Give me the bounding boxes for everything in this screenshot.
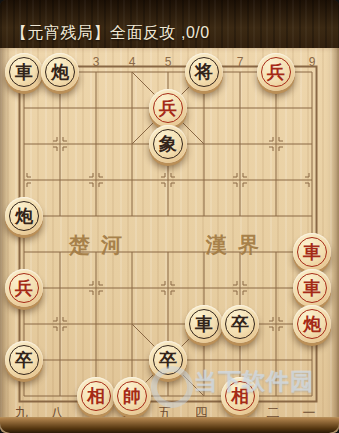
piece-black-cannon[interactable]: 炮 [5, 197, 43, 235]
title-bar: 【元宵残局】全面反攻 ,0/0 [0, 0, 339, 48]
piece-glyph: 卒 [15, 351, 33, 369]
piece-red-chariot[interactable]: 車 [293, 233, 331, 271]
board-bottom-edge [0, 417, 339, 433]
piece-glyph: 炮 [51, 63, 69, 81]
watermark-text: 当下软件园 [194, 366, 314, 397]
pieces-layer: 車炮将兵兵象炮車兵車車卒炮卒卒相帥相 [6, 54, 330, 414]
piece-black-soldier[interactable]: 卒 [221, 305, 259, 343]
piece-black-elephant[interactable]: 象 [149, 125, 187, 163]
piece-black-chariot[interactable]: 車 [5, 53, 43, 91]
watermark-logo-icon [151, 366, 193, 408]
app-screen: 123456789 九八七六五四三二一 楚河 漢界 車炮将兵兵象炮車兵車車卒炮卒… [0, 0, 339, 433]
piece-red-chariot[interactable]: 車 [293, 269, 331, 307]
piece-glyph: 兵 [267, 63, 285, 81]
piece-glyph: 車 [195, 315, 213, 333]
piece-red-soldier[interactable]: 兵 [5, 269, 43, 307]
piece-glyph: 車 [15, 63, 33, 81]
piece-red-soldier[interactable]: 兵 [257, 53, 295, 91]
piece-black-general[interactable]: 将 [185, 53, 223, 91]
piece-glyph: 兵 [159, 99, 177, 117]
page-title: 【元宵残局】全面反攻 ,0/0 [11, 23, 210, 44]
piece-glyph: 象 [159, 135, 177, 153]
piece-black-chariot[interactable]: 車 [185, 305, 223, 343]
piece-glyph: 相 [87, 387, 105, 405]
piece-red-cannon[interactable]: 炮 [293, 305, 331, 343]
piece-glyph: 炮 [303, 315, 321, 333]
piece-glyph: 車 [303, 279, 321, 297]
piece-glyph: 車 [303, 243, 321, 261]
piece-red-elephant[interactable]: 相 [77, 377, 115, 415]
piece-glyph: 帥 [123, 387, 141, 405]
piece-glyph: 卒 [231, 315, 249, 333]
piece-black-cannon[interactable]: 炮 [41, 53, 79, 91]
piece-black-soldier[interactable]: 卒 [5, 341, 43, 379]
piece-red-soldier[interactable]: 兵 [149, 89, 187, 127]
piece-red-general[interactable]: 帥 [113, 377, 151, 415]
piece-glyph: 炮 [15, 207, 33, 225]
piece-glyph: 兵 [15, 279, 33, 297]
piece-glyph: 将 [195, 63, 213, 81]
